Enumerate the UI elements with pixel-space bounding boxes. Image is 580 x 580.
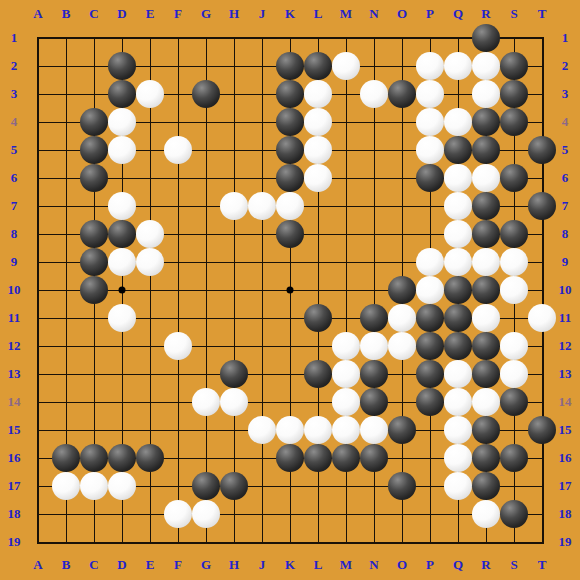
stone-black-P14[interactable]	[416, 388, 444, 416]
row-label-right-3: 3	[553, 85, 577, 103]
stone-white-F5[interactable]	[164, 136, 192, 164]
row-label-left-1: 1	[2, 29, 26, 47]
stone-white-Q8[interactable]	[444, 220, 472, 248]
stone-white-Q7[interactable]	[444, 192, 472, 220]
stone-white-Q13[interactable]	[444, 360, 472, 388]
col-label-top-R: R	[474, 5, 498, 23]
stone-black-D8[interactable]	[108, 220, 136, 248]
stone-black-P12[interactable]	[416, 332, 444, 360]
stone-white-K15[interactable]	[276, 416, 304, 444]
stone-black-E16[interactable]	[136, 444, 164, 472]
row-label-right-17: 17	[553, 477, 577, 495]
col-label-top-S: S	[502, 5, 526, 23]
stone-white-F18[interactable]	[164, 500, 192, 528]
col-label-bottom-A: A	[26, 556, 50, 574]
stone-white-H14[interactable]	[220, 388, 248, 416]
stone-white-L5[interactable]	[304, 136, 332, 164]
stone-black-K8[interactable]	[276, 220, 304, 248]
col-label-top-D: D	[110, 5, 134, 23]
star-point-D10	[119, 287, 126, 294]
col-label-top-L: L	[306, 5, 330, 23]
stone-white-E8[interactable]	[136, 220, 164, 248]
stone-black-P13[interactable]	[416, 360, 444, 388]
stone-white-J15[interactable]	[248, 416, 276, 444]
stone-white-R6[interactable]	[472, 164, 500, 192]
stone-white-R2[interactable]	[472, 52, 500, 80]
col-label-bottom-J: J	[250, 556, 274, 574]
stone-black-R17[interactable]	[472, 472, 500, 500]
stone-white-N3[interactable]	[360, 80, 388, 108]
stone-black-R5[interactable]	[472, 136, 500, 164]
stone-black-R4[interactable]	[472, 108, 500, 136]
stone-black-G17[interactable]	[192, 472, 220, 500]
stone-black-R7[interactable]	[472, 192, 500, 220]
row-label-left-18: 18	[2, 505, 26, 523]
stone-white-D4[interactable]	[108, 108, 136, 136]
stone-black-N14[interactable]	[360, 388, 388, 416]
stone-black-C6[interactable]	[80, 164, 108, 192]
stone-white-L3[interactable]	[304, 80, 332, 108]
stone-black-L2[interactable]	[304, 52, 332, 80]
col-label-bottom-K: K	[278, 556, 302, 574]
stone-white-M13[interactable]	[332, 360, 360, 388]
col-label-top-M: M	[334, 5, 358, 23]
stone-white-M12[interactable]	[332, 332, 360, 360]
stone-white-E9[interactable]	[136, 248, 164, 276]
row-label-left-5: 5	[2, 141, 26, 159]
col-label-bottom-P: P	[418, 556, 442, 574]
stone-black-G3[interactable]	[192, 80, 220, 108]
stone-white-Q6[interactable]	[444, 164, 472, 192]
stone-black-C5[interactable]	[80, 136, 108, 164]
stone-white-Q9[interactable]	[444, 248, 472, 276]
stone-white-D7[interactable]	[108, 192, 136, 220]
row-label-left-16: 16	[2, 449, 26, 467]
col-label-top-B: B	[54, 5, 78, 23]
stone-black-T15[interactable]	[528, 416, 556, 444]
stone-white-N15[interactable]	[360, 416, 388, 444]
stone-black-R13[interactable]	[472, 360, 500, 388]
stone-black-S3[interactable]	[500, 80, 528, 108]
stone-white-O12[interactable]	[388, 332, 416, 360]
stone-white-P4[interactable]	[416, 108, 444, 136]
stone-black-S14[interactable]	[500, 388, 528, 416]
stone-white-P3[interactable]	[416, 80, 444, 108]
col-label-top-N: N	[362, 5, 386, 23]
stone-black-S6[interactable]	[500, 164, 528, 192]
stone-white-Q14[interactable]	[444, 388, 472, 416]
row-label-right-13: 13	[553, 365, 577, 383]
row-label-right-4: 4	[553, 113, 577, 131]
row-label-left-15: 15	[2, 421, 26, 439]
stone-white-R14[interactable]	[472, 388, 500, 416]
col-label-bottom-L: L	[306, 556, 330, 574]
row-label-left-4: 4	[2, 113, 26, 131]
col-label-bottom-Q: Q	[446, 556, 470, 574]
col-label-bottom-C: C	[82, 556, 106, 574]
stone-black-K2[interactable]	[276, 52, 304, 80]
row-label-right-8: 8	[553, 225, 577, 243]
col-label-bottom-R: R	[474, 556, 498, 574]
stone-white-E3[interactable]	[136, 80, 164, 108]
col-label-top-O: O	[390, 5, 414, 23]
row-label-left-13: 13	[2, 365, 26, 383]
row-label-right-1: 1	[553, 29, 577, 47]
stone-black-K3[interactable]	[276, 80, 304, 108]
row-label-right-5: 5	[553, 141, 577, 159]
stone-white-P5[interactable]	[416, 136, 444, 164]
row-label-right-6: 6	[553, 169, 577, 187]
stone-black-O15[interactable]	[388, 416, 416, 444]
stone-black-Q11[interactable]	[444, 304, 472, 332]
stone-black-R1[interactable]	[472, 24, 500, 52]
col-label-bottom-D: D	[110, 556, 134, 574]
col-label-bottom-M: M	[334, 556, 358, 574]
stone-black-O17[interactable]	[388, 472, 416, 500]
stone-black-C4[interactable]	[80, 108, 108, 136]
stone-white-K7[interactable]	[276, 192, 304, 220]
stone-black-L11[interactable]	[304, 304, 332, 332]
stone-white-S9[interactable]	[500, 248, 528, 276]
stone-black-B16[interactable]	[52, 444, 80, 472]
stone-white-S12[interactable]	[500, 332, 528, 360]
col-label-top-C: C	[82, 5, 106, 23]
row-label-right-12: 12	[553, 337, 577, 355]
stone-black-H17[interactable]	[220, 472, 248, 500]
stone-black-C8[interactable]	[80, 220, 108, 248]
stone-black-R16[interactable]	[472, 444, 500, 472]
row-label-right-2: 2	[553, 57, 577, 75]
stone-black-R8[interactable]	[472, 220, 500, 248]
col-label-top-J: J	[250, 5, 274, 23]
row-label-left-6: 6	[2, 169, 26, 187]
stone-white-G14[interactable]	[192, 388, 220, 416]
stone-black-D3[interactable]	[108, 80, 136, 108]
stone-white-P2[interactable]	[416, 52, 444, 80]
stone-black-O10[interactable]	[388, 276, 416, 304]
stone-white-R11[interactable]	[472, 304, 500, 332]
row-label-left-17: 17	[2, 477, 26, 495]
stone-white-O11[interactable]	[388, 304, 416, 332]
stone-black-D16[interactable]	[108, 444, 136, 472]
stone-white-P9[interactable]	[416, 248, 444, 276]
stone-black-R12[interactable]	[472, 332, 500, 360]
stone-black-N11[interactable]	[360, 304, 388, 332]
stone-white-C17[interactable]	[80, 472, 108, 500]
stone-black-H13[interactable]	[220, 360, 248, 388]
row-label-left-19: 19	[2, 533, 26, 551]
stone-white-S10[interactable]	[500, 276, 528, 304]
col-label-top-A: A	[26, 5, 50, 23]
col-label-bottom-H: H	[222, 556, 246, 574]
stone-white-L4[interactable]	[304, 108, 332, 136]
row-label-left-3: 3	[2, 85, 26, 103]
stone-black-T5[interactable]	[528, 136, 556, 164]
stone-white-Q4[interactable]	[444, 108, 472, 136]
stone-black-Q12[interactable]	[444, 332, 472, 360]
stone-white-D9[interactable]	[108, 248, 136, 276]
row-label-right-19: 19	[553, 533, 577, 551]
stone-black-P6[interactable]	[416, 164, 444, 192]
stone-black-L16[interactable]	[304, 444, 332, 472]
stone-black-L13[interactable]	[304, 360, 332, 388]
stone-white-N12[interactable]	[360, 332, 388, 360]
col-label-bottom-B: B	[54, 556, 78, 574]
stone-black-S4[interactable]	[500, 108, 528, 136]
stone-white-B17[interactable]	[52, 472, 80, 500]
stone-black-D2[interactable]	[108, 52, 136, 80]
col-label-bottom-F: F	[166, 556, 190, 574]
stone-black-N16[interactable]	[360, 444, 388, 472]
stone-white-D11[interactable]	[108, 304, 136, 332]
col-label-top-P: P	[418, 5, 442, 23]
col-label-top-K: K	[278, 5, 302, 23]
row-label-right-14: 14	[553, 393, 577, 411]
col-label-top-T: T	[530, 5, 554, 23]
stone-white-L6[interactable]	[304, 164, 332, 192]
row-label-right-18: 18	[553, 505, 577, 523]
stone-white-P10[interactable]	[416, 276, 444, 304]
stone-black-K4[interactable]	[276, 108, 304, 136]
row-label-left-11: 11	[2, 309, 26, 327]
stone-black-K6[interactable]	[276, 164, 304, 192]
col-label-bottom-N: N	[362, 556, 386, 574]
stone-white-Q15[interactable]	[444, 416, 472, 444]
col-label-top-E: E	[138, 5, 162, 23]
col-label-bottom-O: O	[390, 556, 414, 574]
stone-black-K5[interactable]	[276, 136, 304, 164]
stone-white-S13[interactable]	[500, 360, 528, 388]
col-label-bottom-G: G	[194, 556, 218, 574]
row-label-right-10: 10	[553, 281, 577, 299]
stone-black-O3[interactable]	[388, 80, 416, 108]
stone-white-M2[interactable]	[332, 52, 360, 80]
stone-white-Q16[interactable]	[444, 444, 472, 472]
stone-white-M15[interactable]	[332, 416, 360, 444]
stone-black-Q10[interactable]	[444, 276, 472, 304]
stone-black-P11[interactable]	[416, 304, 444, 332]
stone-white-G18[interactable]	[192, 500, 220, 528]
row-label-left-12: 12	[2, 337, 26, 355]
stone-white-R3[interactable]	[472, 80, 500, 108]
stone-black-R15[interactable]	[472, 416, 500, 444]
stone-white-T11[interactable]	[528, 304, 556, 332]
stone-white-R9[interactable]	[472, 248, 500, 276]
stone-white-M14[interactable]	[332, 388, 360, 416]
col-label-bottom-S: S	[502, 556, 526, 574]
stone-black-S8[interactable]	[500, 220, 528, 248]
stone-black-C16[interactable]	[80, 444, 108, 472]
stone-white-D17[interactable]	[108, 472, 136, 500]
stone-black-R10[interactable]	[472, 276, 500, 304]
stone-white-H7[interactable]	[220, 192, 248, 220]
stone-white-R18[interactable]	[472, 500, 500, 528]
row-label-left-7: 7	[2, 197, 26, 215]
row-label-right-15: 15	[553, 421, 577, 439]
stone-black-S16[interactable]	[500, 444, 528, 472]
row-label-left-14: 14	[2, 393, 26, 411]
stone-white-Q17[interactable]	[444, 472, 472, 500]
stone-white-Q2[interactable]	[444, 52, 472, 80]
row-label-left-2: 2	[2, 57, 26, 75]
stone-white-J7[interactable]	[248, 192, 276, 220]
col-label-bottom-T: T	[530, 556, 554, 574]
col-label-top-H: H	[222, 5, 246, 23]
stone-black-N13[interactable]	[360, 360, 388, 388]
col-label-top-F: F	[166, 5, 190, 23]
stone-white-D5[interactable]	[108, 136, 136, 164]
stone-black-C9[interactable]	[80, 248, 108, 276]
row-label-right-11: 11	[553, 309, 577, 327]
row-label-left-10: 10	[2, 281, 26, 299]
stone-black-S18[interactable]	[500, 500, 528, 528]
col-label-top-Q: Q	[446, 5, 470, 23]
stone-black-S2[interactable]	[500, 52, 528, 80]
col-label-top-G: G	[194, 5, 218, 23]
go-board: AABBCCDDEEFFGGHHJJKKLLMMNNOOPPQQRRSSTT11…	[0, 0, 580, 580]
row-label-right-7: 7	[553, 197, 577, 215]
row-label-right-9: 9	[553, 253, 577, 271]
stone-black-C10[interactable]	[80, 276, 108, 304]
stone-black-Q5[interactable]	[444, 136, 472, 164]
stone-white-L15[interactable]	[304, 416, 332, 444]
row-label-left-8: 8	[2, 225, 26, 243]
star-point-K10	[287, 287, 294, 294]
col-label-bottom-E: E	[138, 556, 162, 574]
row-label-right-16: 16	[553, 449, 577, 467]
stone-black-T7[interactable]	[528, 192, 556, 220]
row-label-left-9: 9	[2, 253, 26, 271]
stone-black-K16[interactable]	[276, 444, 304, 472]
stone-black-M16[interactable]	[332, 444, 360, 472]
stone-white-F12[interactable]	[164, 332, 192, 360]
